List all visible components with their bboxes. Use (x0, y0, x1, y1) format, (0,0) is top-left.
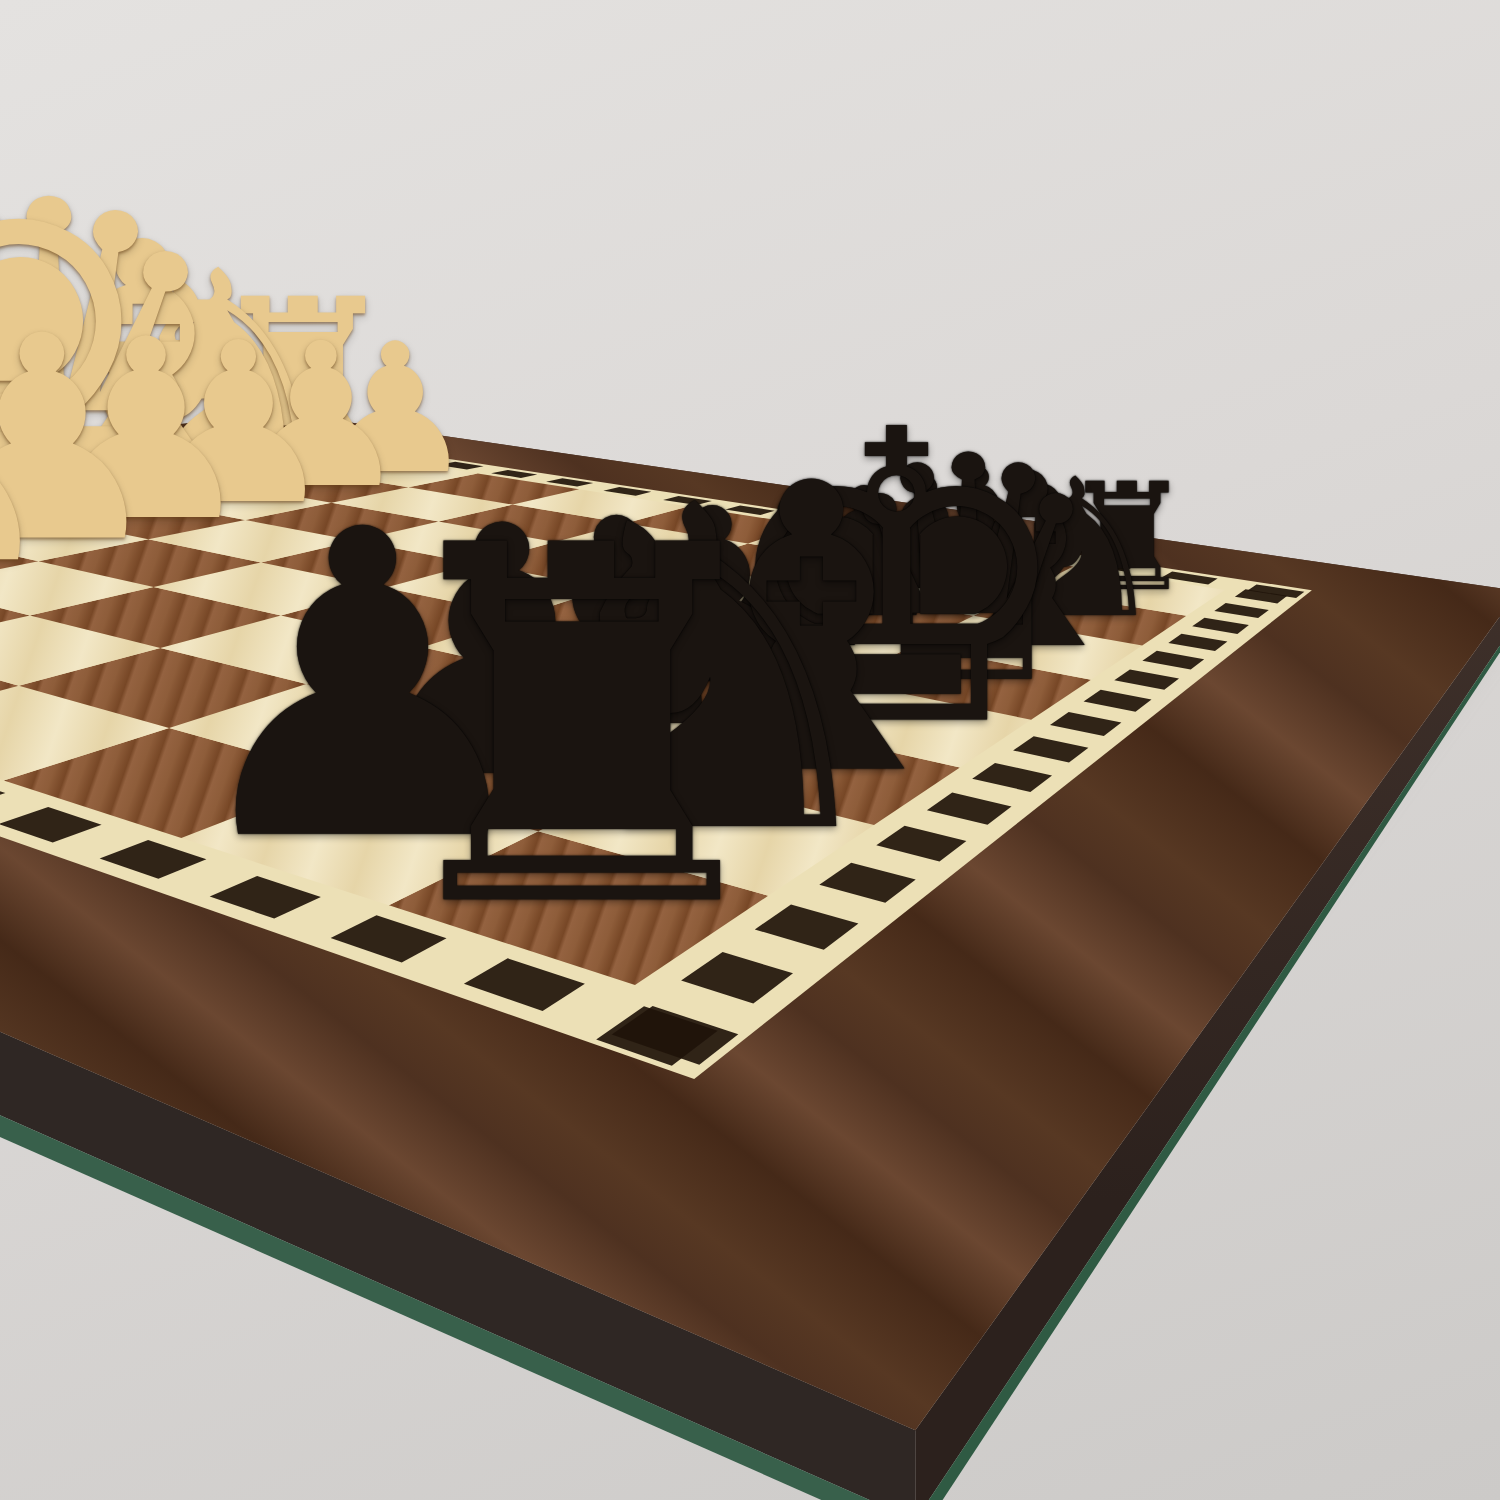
chess-board (0, 0, 1500, 1500)
dust-speck (393, 429, 398, 434)
chess-photo-scene: ♜♞♝♛♚♝♞♜♟♟♟♟♟♟♟♟♟♟♟♟♟♟♟♟♜♞♝♛♚♝♞♜ (0, 0, 1500, 1500)
